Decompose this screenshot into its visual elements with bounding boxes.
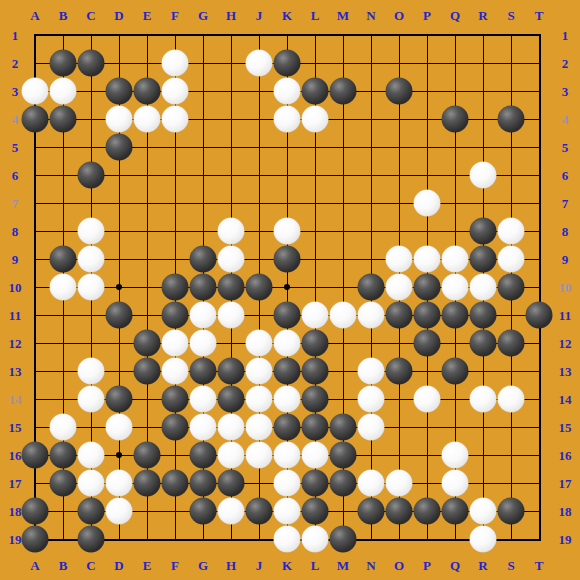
white-stone	[162, 50, 189, 77]
black-stone	[414, 330, 441, 357]
black-stone	[162, 414, 189, 441]
black-stone	[162, 386, 189, 413]
row-label-right: 16	[559, 449, 572, 462]
black-stone	[162, 470, 189, 497]
black-stone	[134, 470, 161, 497]
black-stone	[414, 498, 441, 525]
black-stone	[218, 274, 245, 301]
white-stone	[330, 302, 357, 329]
white-stone	[78, 470, 105, 497]
white-stone	[442, 470, 469, 497]
white-stone	[358, 386, 385, 413]
white-stone	[78, 218, 105, 245]
black-stone	[470, 246, 497, 273]
col-label-top: D	[114, 9, 123, 22]
row-label-left: 12	[9, 337, 22, 350]
black-stone	[22, 106, 49, 133]
col-label-bottom: O	[394, 559, 404, 572]
row-label-left: 7	[12, 197, 19, 210]
white-stone	[218, 218, 245, 245]
black-stone	[50, 106, 77, 133]
grid-line-vertical	[539, 35, 540, 540]
white-stone	[246, 386, 273, 413]
white-stone	[414, 246, 441, 273]
black-stone	[442, 106, 469, 133]
black-stone	[470, 218, 497, 245]
black-stone	[442, 498, 469, 525]
row-label-left: 15	[9, 421, 22, 434]
row-label-right: 19	[559, 533, 572, 546]
white-stone	[302, 106, 329, 133]
row-label-left: 16	[9, 449, 22, 462]
col-label-bottom: N	[366, 559, 375, 572]
black-stone	[218, 358, 245, 385]
white-stone	[274, 218, 301, 245]
white-stone	[470, 526, 497, 553]
black-stone	[498, 274, 525, 301]
black-stone	[134, 330, 161, 357]
white-stone	[246, 442, 273, 469]
black-stone	[386, 78, 413, 105]
row-label-left: 5	[12, 141, 19, 154]
col-label-top: L	[311, 9, 320, 22]
white-stone	[162, 78, 189, 105]
row-label-right: 7	[562, 197, 569, 210]
black-stone	[274, 358, 301, 385]
white-stone	[274, 386, 301, 413]
black-stone	[78, 162, 105, 189]
row-label-right: 2	[562, 57, 569, 70]
white-stone	[246, 414, 273, 441]
black-stone	[358, 498, 385, 525]
row-label-right: 4	[562, 113, 569, 126]
col-label-top: S	[507, 9, 514, 22]
white-stone	[498, 218, 525, 245]
white-stone	[274, 526, 301, 553]
white-stone	[218, 442, 245, 469]
row-label-left: 18	[9, 505, 22, 518]
col-label-top: A	[30, 9, 39, 22]
white-stone	[162, 330, 189, 357]
white-stone	[106, 470, 133, 497]
black-stone	[50, 246, 77, 273]
col-label-top: J	[256, 9, 263, 22]
white-stone	[274, 330, 301, 357]
black-stone	[218, 386, 245, 413]
col-label-top: M	[337, 9, 349, 22]
row-label-left: 19	[9, 533, 22, 546]
row-label-left: 17	[9, 477, 22, 490]
black-stone	[106, 134, 133, 161]
white-stone	[190, 414, 217, 441]
white-stone	[442, 246, 469, 273]
row-label-right: 1	[562, 29, 569, 42]
black-stone	[274, 302, 301, 329]
white-stone	[442, 274, 469, 301]
white-stone	[498, 386, 525, 413]
white-stone	[302, 442, 329, 469]
row-label-right: 3	[562, 85, 569, 98]
black-stone	[386, 358, 413, 385]
black-stone	[106, 386, 133, 413]
black-stone	[246, 274, 273, 301]
white-stone	[358, 414, 385, 441]
black-stone	[498, 498, 525, 525]
row-label-right: 9	[562, 253, 569, 266]
black-stone	[246, 498, 273, 525]
col-label-bottom: B	[59, 559, 68, 572]
white-stone	[78, 358, 105, 385]
go-board-app: ABCDEFGHJKLMNOPQRSTABCDEFGHJKLMNOPQRST12…	[0, 0, 580, 580]
black-stone	[134, 442, 161, 469]
col-label-top: G	[198, 9, 208, 22]
col-label-top: B	[59, 9, 68, 22]
white-stone	[470, 498, 497, 525]
black-stone	[498, 330, 525, 357]
white-stone	[274, 442, 301, 469]
white-stone	[386, 246, 413, 273]
black-stone	[414, 302, 441, 329]
black-stone	[302, 358, 329, 385]
white-stone	[274, 470, 301, 497]
col-label-top: H	[226, 9, 236, 22]
white-stone	[106, 414, 133, 441]
black-stone	[330, 442, 357, 469]
black-stone	[470, 330, 497, 357]
black-stone	[190, 470, 217, 497]
black-stone	[190, 442, 217, 469]
white-stone	[414, 190, 441, 217]
black-stone	[134, 358, 161, 385]
white-stone	[190, 330, 217, 357]
black-stone	[386, 498, 413, 525]
row-label-left: 2	[12, 57, 19, 70]
white-stone	[50, 414, 77, 441]
white-stone	[274, 498, 301, 525]
black-stone	[302, 498, 329, 525]
col-label-top: E	[143, 9, 152, 22]
black-stone	[274, 246, 301, 273]
row-label-right: 11	[559, 309, 571, 322]
white-stone	[302, 526, 329, 553]
star-point	[284, 284, 290, 290]
black-stone	[190, 246, 217, 273]
row-label-left: 11	[9, 309, 21, 322]
white-stone	[470, 162, 497, 189]
col-label-top: Q	[450, 9, 460, 22]
white-stone	[218, 302, 245, 329]
black-stone	[50, 442, 77, 469]
black-stone	[526, 302, 553, 329]
col-label-bottom: K	[282, 559, 292, 572]
black-stone	[442, 302, 469, 329]
col-label-bottom: M	[337, 559, 349, 572]
col-label-top: O	[394, 9, 404, 22]
black-stone	[106, 302, 133, 329]
white-stone	[386, 274, 413, 301]
col-label-bottom: T	[535, 559, 544, 572]
col-label-bottom: G	[198, 559, 208, 572]
col-label-top: F	[171, 9, 179, 22]
black-stone	[78, 498, 105, 525]
row-label-right: 14	[559, 393, 572, 406]
black-stone	[330, 78, 357, 105]
col-label-bottom: C	[86, 559, 95, 572]
col-label-bottom: H	[226, 559, 236, 572]
black-stone	[302, 414, 329, 441]
black-stone	[106, 78, 133, 105]
star-point	[116, 284, 122, 290]
col-label-top: R	[478, 9, 487, 22]
white-stone	[50, 78, 77, 105]
black-stone	[78, 50, 105, 77]
black-stone	[330, 470, 357, 497]
row-label-left: 6	[12, 169, 19, 182]
col-label-bottom: R	[478, 559, 487, 572]
black-stone	[190, 358, 217, 385]
white-stone	[302, 302, 329, 329]
black-stone	[386, 302, 413, 329]
row-label-left: 13	[9, 365, 22, 378]
row-label-left: 3	[12, 85, 19, 98]
row-label-right: 17	[559, 477, 572, 490]
white-stone	[274, 106, 301, 133]
white-stone	[358, 302, 385, 329]
white-stone	[78, 274, 105, 301]
col-label-bottom: S	[507, 559, 514, 572]
white-stone	[162, 106, 189, 133]
white-stone	[50, 274, 77, 301]
col-label-top: K	[282, 9, 292, 22]
col-label-bottom: A	[30, 559, 39, 572]
white-stone	[386, 470, 413, 497]
black-stone	[22, 442, 49, 469]
black-stone	[470, 302, 497, 329]
black-stone	[50, 50, 77, 77]
white-stone	[22, 78, 49, 105]
black-stone	[162, 302, 189, 329]
black-stone	[330, 414, 357, 441]
row-label-right: 18	[559, 505, 572, 518]
black-stone	[302, 330, 329, 357]
black-stone	[162, 274, 189, 301]
white-stone	[246, 358, 273, 385]
col-label-bottom: J	[256, 559, 263, 572]
black-stone	[274, 414, 301, 441]
black-stone	[190, 498, 217, 525]
row-label-left: 4	[12, 113, 19, 126]
white-stone	[190, 302, 217, 329]
white-stone	[470, 386, 497, 413]
row-label-right: 5	[562, 141, 569, 154]
white-stone	[274, 78, 301, 105]
white-stone	[218, 498, 245, 525]
col-label-bottom: P	[423, 559, 431, 572]
black-stone	[218, 470, 245, 497]
white-stone	[134, 106, 161, 133]
row-label-left: 10	[9, 281, 22, 294]
col-label-top: C	[86, 9, 95, 22]
white-stone	[442, 442, 469, 469]
row-label-right: 6	[562, 169, 569, 182]
row-label-left: 9	[12, 253, 19, 266]
black-stone	[134, 78, 161, 105]
col-label-bottom: E	[143, 559, 152, 572]
white-stone	[246, 330, 273, 357]
col-label-top: P	[423, 9, 431, 22]
white-stone	[162, 358, 189, 385]
black-stone	[190, 274, 217, 301]
row-label-left: 8	[12, 225, 19, 238]
white-stone	[78, 386, 105, 413]
white-stone	[78, 442, 105, 469]
black-stone	[302, 386, 329, 413]
black-stone	[302, 78, 329, 105]
col-label-bottom: D	[114, 559, 123, 572]
white-stone	[218, 246, 245, 273]
white-stone	[358, 470, 385, 497]
black-stone	[442, 358, 469, 385]
black-stone	[50, 470, 77, 497]
row-label-right: 10	[559, 281, 572, 294]
col-label-bottom: Q	[450, 559, 460, 572]
black-stone	[358, 274, 385, 301]
row-label-right: 8	[562, 225, 569, 238]
white-stone	[78, 246, 105, 273]
row-label-left: 14	[9, 393, 22, 406]
black-stone	[274, 50, 301, 77]
col-label-top: N	[366, 9, 375, 22]
black-stone	[302, 470, 329, 497]
white-stone	[470, 274, 497, 301]
white-stone	[358, 358, 385, 385]
row-label-right: 12	[559, 337, 572, 350]
black-stone	[414, 274, 441, 301]
black-stone	[22, 526, 49, 553]
white-stone	[414, 386, 441, 413]
black-stone	[330, 526, 357, 553]
col-label-bottom: L	[311, 559, 320, 572]
white-stone	[106, 498, 133, 525]
black-stone	[22, 498, 49, 525]
white-stone	[190, 386, 217, 413]
white-stone	[498, 246, 525, 273]
white-stone	[246, 50, 273, 77]
col-label-bottom: F	[171, 559, 179, 572]
row-label-right: 13	[559, 365, 572, 378]
row-label-right: 15	[559, 421, 572, 434]
black-stone	[498, 106, 525, 133]
row-label-left: 1	[12, 29, 19, 42]
white-stone	[106, 106, 133, 133]
white-stone	[218, 414, 245, 441]
col-label-top: T	[535, 9, 544, 22]
star-point	[116, 452, 122, 458]
black-stone	[78, 526, 105, 553]
